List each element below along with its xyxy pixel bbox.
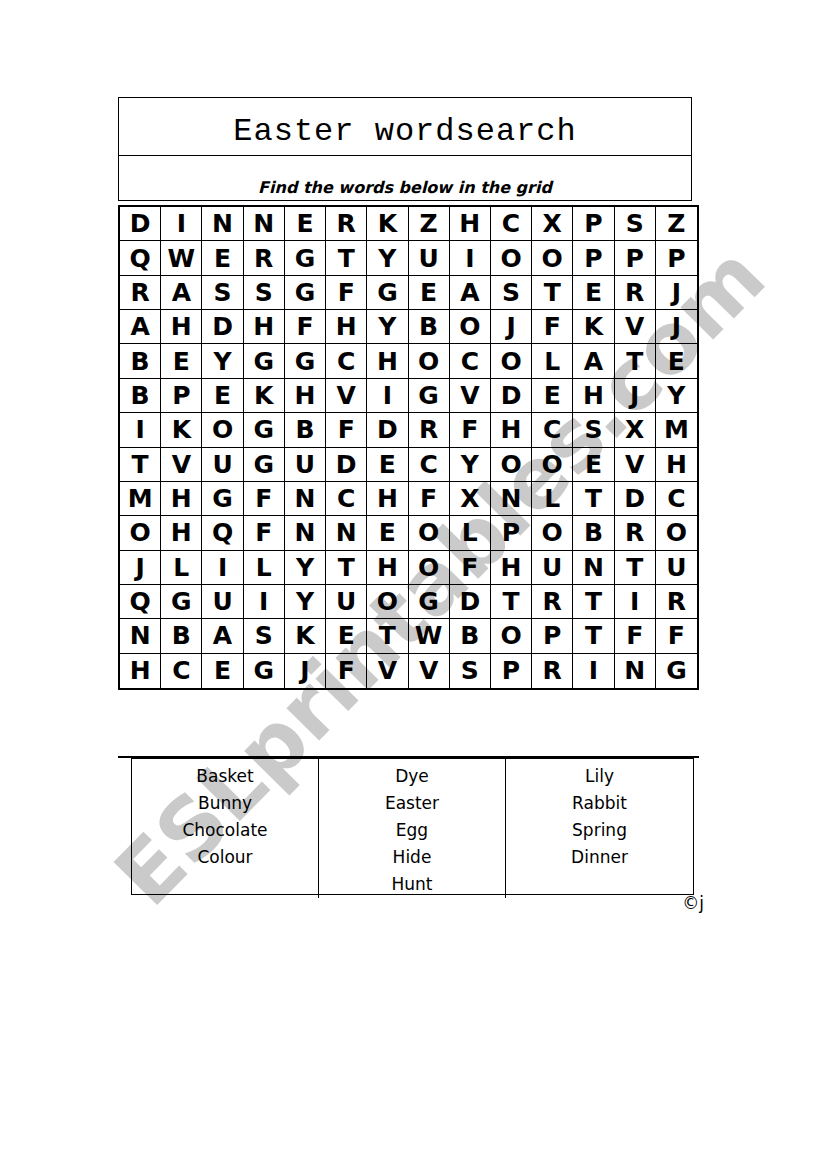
grid-cell: B [285, 413, 326, 447]
grid-cell: O [491, 619, 532, 653]
grid-cell: I [450, 241, 491, 275]
word-item: Bunny [132, 790, 318, 817]
grid-cell: T [573, 619, 614, 653]
grid-cell: X [615, 413, 656, 447]
grid-cell: T [367, 619, 408, 653]
grid-cell: K [367, 207, 408, 241]
grid-cell: M [120, 482, 161, 516]
grid-cell: P [161, 379, 202, 413]
grid-cell: O [532, 516, 573, 550]
grid-cell: E [532, 379, 573, 413]
grid-cell: L [244, 551, 285, 585]
grid-cell: W [409, 619, 450, 653]
word-item: Egg [319, 817, 505, 844]
grid-cell: H [367, 344, 408, 378]
grid-cell: J [285, 654, 326, 688]
grid-cell: O [409, 551, 450, 585]
grid-cell: I [120, 413, 161, 447]
grid-cell: X [450, 482, 491, 516]
grid-cell: F [326, 276, 367, 310]
grid-cell: V [367, 654, 408, 688]
grid-cell: E [656, 344, 697, 378]
grid-cell: G [161, 585, 202, 619]
grid-cell: N [244, 207, 285, 241]
grid-cell: O [491, 241, 532, 275]
grid-cell: G [244, 654, 285, 688]
word-item: Dinner [506, 844, 693, 871]
grid-cell: V [450, 379, 491, 413]
grid-cell: I [615, 585, 656, 619]
word-item: Lily [506, 763, 693, 790]
grid-cell: T [326, 241, 367, 275]
grid-cell: G [409, 379, 450, 413]
grid-cell: N [573, 551, 614, 585]
grid-cell: R [120, 276, 161, 310]
grid-cell: U [202, 448, 243, 482]
grid-cell: H [326, 310, 367, 344]
word-item: Rabbit [506, 790, 693, 817]
grid-cell: W [161, 241, 202, 275]
grid-cell: O [367, 585, 408, 619]
grid-cell: N [120, 619, 161, 653]
word-column: LilyRabbitSpringDinner [506, 759, 693, 898]
grid-cell: N [491, 482, 532, 516]
word-item: Dye [319, 763, 505, 790]
grid-cell: V [326, 379, 367, 413]
grid-cell: E [202, 241, 243, 275]
grid-cell: T [491, 585, 532, 619]
grid-cell: L [450, 516, 491, 550]
grid-cell: C [409, 448, 450, 482]
grid-cell: J [656, 276, 697, 310]
grid-cell: H [656, 448, 697, 482]
grid-cell: A [450, 276, 491, 310]
grid-cell: Y [202, 344, 243, 378]
grid-cell: G [285, 276, 326, 310]
grid-cell: Q [202, 516, 243, 550]
grid-cell: R [615, 276, 656, 310]
grid-cell: O [450, 310, 491, 344]
grid-cell: R [615, 516, 656, 550]
word-item: Spring [506, 817, 693, 844]
grid-cell: A [202, 619, 243, 653]
grid-cell: B [409, 310, 450, 344]
grid-cell: A [573, 344, 614, 378]
grid-cell: F [450, 551, 491, 585]
grid-cell: P [491, 654, 532, 688]
grid-cell: S [491, 276, 532, 310]
grid-cell: C [326, 482, 367, 516]
grid-cell: H [573, 379, 614, 413]
grid-cell: F [532, 310, 573, 344]
grid-cell: E [326, 619, 367, 653]
grid-cell: O [202, 413, 243, 447]
grid-cell: T [573, 585, 614, 619]
grid-cell: L [532, 482, 573, 516]
grid-cell: F [326, 654, 367, 688]
grid-cell: C [161, 654, 202, 688]
grid-cell: G [244, 413, 285, 447]
grid-cell: B [573, 516, 614, 550]
grid-cell: D [615, 482, 656, 516]
grid-cell: R [409, 413, 450, 447]
word-list-table: BasketBunnyChocolateColourDyeEasterEggHi… [131, 758, 694, 895]
grid-cell: I [573, 654, 614, 688]
grid-cell: G [285, 241, 326, 275]
grid-cell: F [656, 619, 697, 653]
word-column: BasketBunnyChocolateColour [132, 759, 319, 898]
grid-cell: J [491, 310, 532, 344]
grid-cell: O [409, 516, 450, 550]
grid-cell: F [326, 413, 367, 447]
grid-cell: X [532, 207, 573, 241]
grid-cell: E [573, 276, 614, 310]
grid-cell: O [532, 448, 573, 482]
grid-cell: H [161, 310, 202, 344]
grid-cell: G [656, 654, 697, 688]
grid-cell: H [491, 551, 532, 585]
grid-cell: N [285, 482, 326, 516]
grid-cell: K [244, 379, 285, 413]
grid-cell: G [409, 585, 450, 619]
grid-cell: C [326, 344, 367, 378]
grid-cell: D [367, 413, 408, 447]
word-item: Chocolate [132, 817, 318, 844]
grid-cell: C [491, 207, 532, 241]
grid-cell: I [367, 379, 408, 413]
grid-cell: M [656, 413, 697, 447]
grid-cell: H [120, 654, 161, 688]
grid-cell: D [202, 310, 243, 344]
grid-cell: V [161, 448, 202, 482]
grid-cell: E [367, 516, 408, 550]
grid-cell: R [656, 585, 697, 619]
wordsearch-grid: DINNERKZHCXPSZQWERGTYUIOOPPPRASSGFGEASTE… [118, 205, 699, 690]
grid-cell: H [367, 482, 408, 516]
grid-cell: D [120, 207, 161, 241]
grid-cell: G [202, 482, 243, 516]
grid-cell: B [120, 344, 161, 378]
grid-cell: B [120, 379, 161, 413]
grid-cell: O [656, 516, 697, 550]
grid-cell: G [244, 344, 285, 378]
grid-cell: O [491, 448, 532, 482]
grid-cell: H [161, 482, 202, 516]
grid-cell: L [161, 551, 202, 585]
grid-cell: K [161, 413, 202, 447]
grid-cell: D [326, 448, 367, 482]
grid-cell: P [573, 207, 614, 241]
grid-cell: B [161, 619, 202, 653]
grid-cell: N [285, 516, 326, 550]
grid-cell: L [532, 344, 573, 378]
grid-cell: B [450, 619, 491, 653]
worksheet-page: { "game": "wordsearch", "title": "Easter… [0, 0, 821, 1169]
grid-cell: T [120, 448, 161, 482]
grid-cell: U [532, 551, 573, 585]
grid-cell: K [285, 619, 326, 653]
grid-cell: U [285, 448, 326, 482]
grid-cell: C [532, 413, 573, 447]
grid-cell: F [615, 619, 656, 653]
grid-cell: R [244, 241, 285, 275]
grid-cell: S [573, 413, 614, 447]
grid-cell: F [244, 482, 285, 516]
grid-cell: N [326, 516, 367, 550]
grid-cell: Y [285, 551, 326, 585]
grid-cell: O [491, 344, 532, 378]
grid-cell: U [202, 585, 243, 619]
grid-cell: E [573, 448, 614, 482]
grid-cell: U [409, 241, 450, 275]
grid-cell: P [573, 241, 614, 275]
title-box: Easter wordsearch [118, 97, 692, 156]
grid-cell: O [120, 516, 161, 550]
grid-cell: I [244, 585, 285, 619]
grid-cell: F [409, 482, 450, 516]
grid-cell: S [450, 654, 491, 688]
page-title: Easter wordsearch [233, 113, 576, 150]
grid-cell: R [326, 207, 367, 241]
grid-cell: Y [656, 379, 697, 413]
grid-cell: F [244, 516, 285, 550]
grid-cell: P [615, 241, 656, 275]
grid-cell: U [656, 551, 697, 585]
instructions-text: Find the words below in the grid [258, 178, 552, 197]
grid-cell: H [367, 551, 408, 585]
grid-cell: G [244, 448, 285, 482]
copyright-mark: ©j [660, 893, 704, 913]
grid-cell: D [491, 379, 532, 413]
grid-cell: E [409, 276, 450, 310]
grid-cell: E [161, 344, 202, 378]
grid-cell: N [202, 207, 243, 241]
grid-cell: R [532, 585, 573, 619]
word-item: Hunt [319, 871, 505, 898]
grid-cell: D [450, 585, 491, 619]
grid-cell: S [202, 276, 243, 310]
grid-cell: E [202, 379, 243, 413]
grid-cell: T [615, 551, 656, 585]
grid-cell: E [367, 448, 408, 482]
grid-cell: C [450, 344, 491, 378]
word-item: Basket [132, 763, 318, 790]
grid-cell: Y [285, 585, 326, 619]
grid-cell: G [367, 276, 408, 310]
grid-cell: Z [656, 207, 697, 241]
grid-cell: O [409, 344, 450, 378]
grid-cell: T [326, 551, 367, 585]
grid-cell: P [491, 516, 532, 550]
grid-cell: V [409, 654, 450, 688]
grid-cell: H [450, 207, 491, 241]
grid-cell: I [202, 551, 243, 585]
grid-cell: E [202, 654, 243, 688]
grid-cell: T [573, 482, 614, 516]
grid-cell: Q [120, 585, 161, 619]
grid-cell: H [161, 516, 202, 550]
grid-cell: P [532, 619, 573, 653]
grid-cell: R [532, 654, 573, 688]
grid-cell: J [120, 551, 161, 585]
grid-cell: K [573, 310, 614, 344]
grid-cell: C [656, 482, 697, 516]
grid-cell: N [615, 654, 656, 688]
grid-cell: U [326, 585, 367, 619]
grid-cell: E [285, 207, 326, 241]
grid-cell: F [450, 413, 491, 447]
word-item: Easter [319, 790, 505, 817]
grid-cell: S [244, 619, 285, 653]
grid-cell: S [615, 207, 656, 241]
grid-cell: A [120, 310, 161, 344]
grid-cell: J [656, 310, 697, 344]
grid-cell: T [532, 276, 573, 310]
grid-cell: Y [450, 448, 491, 482]
grid-cell: H [244, 310, 285, 344]
subtitle-box: Find the words below in the grid [118, 155, 692, 201]
grid-cell: S [244, 276, 285, 310]
grid-cell: I [161, 207, 202, 241]
grid-cell: V [615, 310, 656, 344]
grid-cell: Y [367, 310, 408, 344]
word-item: Hide [319, 844, 505, 871]
grid-cell: J [615, 379, 656, 413]
word-item: Colour [132, 844, 318, 871]
grid-cell: V [615, 448, 656, 482]
grid-cell: Y [367, 241, 408, 275]
grid-cell: H [491, 413, 532, 447]
grid-cell: T [615, 344, 656, 378]
grid-cell: H [285, 379, 326, 413]
grid-cell: G [285, 344, 326, 378]
grid-cell: O [532, 241, 573, 275]
word-column: DyeEasterEggHideHunt [319, 759, 506, 898]
grid-cell: Q [120, 241, 161, 275]
grid-cell: A [161, 276, 202, 310]
grid-cell: Z [409, 207, 450, 241]
grid-cell: P [656, 241, 697, 275]
grid-cell: F [285, 310, 326, 344]
